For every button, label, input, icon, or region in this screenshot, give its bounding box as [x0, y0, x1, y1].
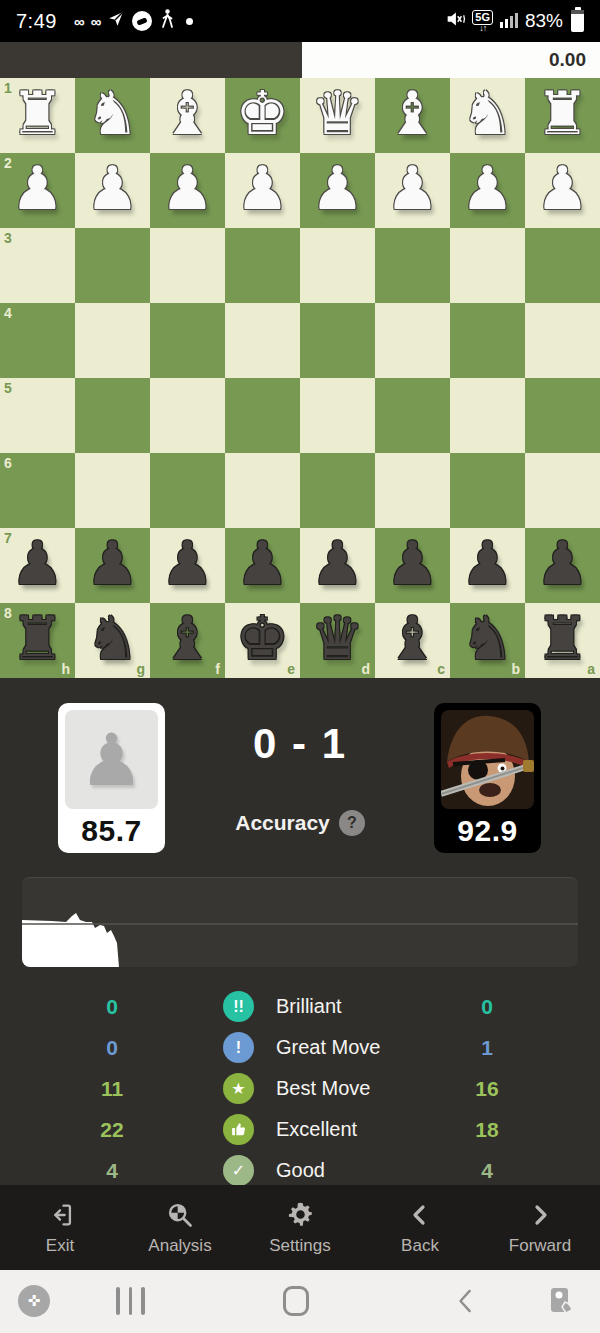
white-knight[interactable]: ♞ [86, 84, 140, 144]
square-e5[interactable] [225, 378, 300, 453]
pirate-photo [441, 710, 534, 809]
square-e2[interactable]: ♟ [225, 153, 300, 228]
white-pawn[interactable]: ♟ [236, 159, 290, 219]
square-a6[interactable] [525, 453, 600, 528]
white-rook[interactable]: ♜ [11, 84, 65, 144]
notification-dot-icon [186, 18, 193, 25]
square-b5[interactable] [450, 378, 525, 453]
square-g1[interactable]: ♞ [75, 78, 150, 153]
chevron-right-icon [528, 1200, 552, 1230]
classification-label: Brilliant [276, 986, 342, 1027]
square-b6[interactable] [450, 453, 525, 528]
game-tools-floating-button[interactable]: ✜ [18, 1285, 50, 1317]
black-pawn[interactable]: ♟ [461, 534, 515, 594]
recents-button[interactable] [116, 1287, 145, 1315]
classification-row-best-move: 11 ★ Best Move 16 [22, 1068, 578, 1109]
square-f8[interactable]: f♝ [150, 603, 225, 678]
black-pawn[interactable]: ♟ [86, 534, 140, 594]
white-pawn[interactable]: ♟ [386, 159, 440, 219]
classification-label: Great Move [276, 1027, 380, 1068]
battery-icon [571, 10, 584, 32]
square-g6[interactable] [75, 453, 150, 528]
square-d6[interactable] [300, 453, 375, 528]
black-player-card[interactable]: 92.9 [434, 703, 541, 853]
square-d7[interactable]: ♟ [300, 528, 375, 603]
accuracy-help-icon[interactable]: ? [339, 810, 365, 836]
square-b4[interactable] [450, 303, 525, 378]
battery-percent: 83% [525, 10, 563, 32]
move-classification-list: 0 !! Brilliant 0 0 ! Great Move 1 11 ★ B… [22, 986, 578, 1185]
black-pawn[interactable]: ♟ [11, 534, 65, 594]
settings-button[interactable]: Settings [240, 1185, 360, 1270]
chess-app-screen: 7:49 ∞ ∞ 5G ↓↑ 83% [0, 0, 600, 1333]
rank-label: 6 [4, 455, 12, 471]
white-knight[interactable]: ♞ [461, 84, 515, 144]
black-player-avatar [441, 710, 534, 809]
white-pawn[interactable]: ♟ [536, 159, 590, 219]
square-c3[interactable] [375, 228, 450, 303]
black-knight[interactable]: ♞ [461, 609, 515, 669]
square-g3[interactable] [75, 228, 150, 303]
white-pawn[interactable]: ♟ [86, 159, 140, 219]
analysis-button[interactable]: Analysis [120, 1185, 240, 1270]
black-rook[interactable]: ♜ [536, 609, 590, 669]
black-count: 1 [402, 1027, 572, 1068]
rank-label: 3 [4, 230, 12, 246]
square-d3[interactable] [300, 228, 375, 303]
send-icon [107, 10, 125, 32]
gesture-hint-icon[interactable] [545, 1284, 579, 1322]
game-controller-icon [132, 11, 152, 31]
square-e4[interactable] [225, 303, 300, 378]
square-g4[interactable] [75, 303, 150, 378]
square-a8[interactable]: a♜ [525, 603, 600, 678]
classification-label: Excellent [276, 1109, 357, 1150]
classification-row-excellent: 22 Excellent 18 [22, 1109, 578, 1150]
black-pawn[interactable]: ♟ [161, 534, 215, 594]
square-a4[interactable] [525, 303, 600, 378]
white-pawn[interactable]: ♟ [461, 159, 515, 219]
black-count: 18 [402, 1109, 572, 1150]
square-b3[interactable] [450, 228, 525, 303]
square-c4[interactable] [375, 303, 450, 378]
white-king[interactable]: ♚ [236, 84, 290, 144]
exit-button[interactable]: Exit [0, 1185, 120, 1270]
forward-button[interactable]: Forward [480, 1185, 600, 1270]
square-b2[interactable]: ♟ [450, 153, 525, 228]
good-check-icon: ✓ [223, 1155, 254, 1185]
white-count: 4 [22, 1150, 202, 1185]
chevron-left-icon [408, 1200, 432, 1230]
exit-icon [46, 1200, 74, 1230]
mute-vibrate-icon [444, 8, 466, 34]
square-e3[interactable] [225, 228, 300, 303]
android-back-button[interactable] [455, 1287, 477, 1319]
square-g7[interactable]: ♟ [75, 528, 150, 603]
square-f4[interactable] [150, 303, 225, 378]
android-status-bar: 7:49 ∞ ∞ 5G ↓↑ 83% [0, 0, 600, 42]
black-count: 4 [402, 1150, 572, 1185]
black-rook[interactable]: ♜ [11, 609, 65, 669]
white-count: 11 [22, 1068, 202, 1109]
black-pawn[interactable]: ♟ [536, 534, 590, 594]
square-h2[interactable]: 2♟ [0, 153, 75, 228]
white-count: 0 [22, 1027, 202, 1068]
walking-person-icon [159, 9, 175, 33]
accuracy-label: Accuracy [235, 811, 330, 835]
android-navigation-bar: ✜ [0, 1270, 600, 1333]
black-bishop[interactable]: ♝ [386, 609, 440, 669]
black-queen[interactable]: ♛ [311, 609, 365, 669]
great-move-icon: ! [223, 1032, 254, 1063]
square-h5[interactable]: 5 [0, 378, 75, 453]
square-h6[interactable]: 6 [0, 453, 75, 528]
square-b7[interactable]: ♟ [450, 528, 525, 603]
black-accuracy-value: 92.9 [457, 809, 517, 853]
rank-label: 5 [4, 380, 12, 396]
black-bishop[interactable]: ♝ [161, 609, 215, 669]
eval-white-area [22, 913, 119, 967]
white-bishop[interactable]: ♝ [161, 84, 215, 144]
black-pawn[interactable]: ♟ [386, 534, 440, 594]
white-queen[interactable]: ♛ [311, 84, 365, 144]
classification-row-great-move: 0 ! Great Move 1 [22, 1027, 578, 1068]
square-e8[interactable]: e♚ [225, 603, 300, 678]
white-pawn[interactable]: ♟ [311, 159, 365, 219]
analysis-magnifier-icon [166, 1200, 194, 1230]
square-a3[interactable] [525, 228, 600, 303]
square-c7[interactable]: ♟ [375, 528, 450, 603]
square-e6[interactable] [225, 453, 300, 528]
white-count: 22 [22, 1109, 202, 1150]
evaluation-graph[interactable] [22, 877, 578, 967]
signal-bars-icon [499, 9, 519, 33]
square-a7[interactable]: ♟ [525, 528, 600, 603]
classification-row-brilliant: 0 !! Brilliant 0 [22, 986, 578, 1027]
square-f3[interactable] [150, 228, 225, 303]
square-f2[interactable]: ♟ [150, 153, 225, 228]
black-king[interactable]: ♚ [236, 609, 290, 669]
square-d1[interactable]: ♛ [300, 78, 375, 153]
square-a2[interactable]: ♟ [525, 153, 600, 228]
white-count: 0 [22, 986, 202, 1027]
file-label: f [215, 661, 220, 677]
classification-row-good: 4 ✓ Good 4 [22, 1150, 578, 1185]
square-f6[interactable] [150, 453, 225, 528]
chess-board[interactable]: 1♜♞♝♚♛♝♞♜2♟♟♟♟♟♟♟♟34567♟♟♟♟♟♟♟♟8h♜g♞f♝e♚… [0, 78, 600, 678]
rank-label: 4 [4, 305, 12, 321]
game-review-panel: ♟ 85.7 0 - 1 Accuracy ? [0, 678, 600, 1185]
best-move-star-icon: ★ [223, 1073, 254, 1104]
square-c5[interactable] [375, 378, 450, 453]
black-count: 16 [402, 1068, 572, 1109]
voicemail-icon: ∞ [91, 13, 101, 30]
white-pawn[interactable]: ♟ [161, 159, 215, 219]
white-bishop[interactable]: ♝ [386, 84, 440, 144]
square-e1[interactable]: ♚ [225, 78, 300, 153]
square-f5[interactable] [150, 378, 225, 453]
excellent-thumbs-up-icon [223, 1114, 254, 1145]
square-h4[interactable]: 4 [0, 303, 75, 378]
white-pawn[interactable]: ♟ [11, 159, 65, 219]
square-e7[interactable]: ♟ [225, 528, 300, 603]
evaluation-value: 0.00 [549, 42, 586, 78]
review-toolbar: Exit Analysis Settings Back Forward [0, 1185, 600, 1270]
square-h8[interactable]: 8h♜ [0, 603, 75, 678]
voicemail-icon: ∞ [74, 13, 84, 30]
square-h1[interactable]: 1♜ [0, 78, 75, 153]
brilliant-icon: !! [223, 991, 254, 1022]
gear-icon [287, 1200, 314, 1230]
home-button[interactable] [283, 1286, 309, 1316]
square-g8[interactable]: g♞ [75, 603, 150, 678]
square-g5[interactable] [75, 378, 150, 453]
black-count: 0 [402, 986, 572, 1027]
square-d5[interactable] [300, 378, 375, 453]
5g-data-icon: 5G ↓↑ [472, 10, 493, 33]
back-button[interactable]: Back [360, 1185, 480, 1270]
black-pawn[interactable]: ♟ [236, 534, 290, 594]
square-h7[interactable]: 7♟ [0, 528, 75, 603]
square-d4[interactable] [300, 303, 375, 378]
square-f1[interactable]: ♝ [150, 78, 225, 153]
square-c8[interactable]: c♝ [375, 603, 450, 678]
classification-label: Best Move [276, 1068, 370, 1109]
black-pawn[interactable]: ♟ [311, 534, 365, 594]
square-b1[interactable]: ♞ [450, 78, 525, 153]
evaluation-bar-black-side [0, 42, 302, 78]
classification-label: Good [276, 1150, 325, 1185]
clock: 7:49 [16, 10, 57, 33]
square-g2[interactable]: ♟ [75, 153, 150, 228]
square-c2[interactable]: ♟ [375, 153, 450, 228]
square-d8[interactable]: d♛ [300, 603, 375, 678]
square-d2[interactable]: ♟ [300, 153, 375, 228]
square-c6[interactable] [375, 453, 450, 528]
square-f7[interactable]: ♟ [150, 528, 225, 603]
square-h3[interactable]: 3 [0, 228, 75, 303]
black-knight[interactable]: ♞ [86, 609, 140, 669]
square-a1[interactable]: ♜ [525, 78, 600, 153]
evaluation-bar: 0.00 [0, 42, 600, 78]
square-c1[interactable]: ♝ [375, 78, 450, 153]
white-rook[interactable]: ♜ [536, 84, 590, 144]
square-b8[interactable]: b♞ [450, 603, 525, 678]
square-a5[interactable] [525, 378, 600, 453]
